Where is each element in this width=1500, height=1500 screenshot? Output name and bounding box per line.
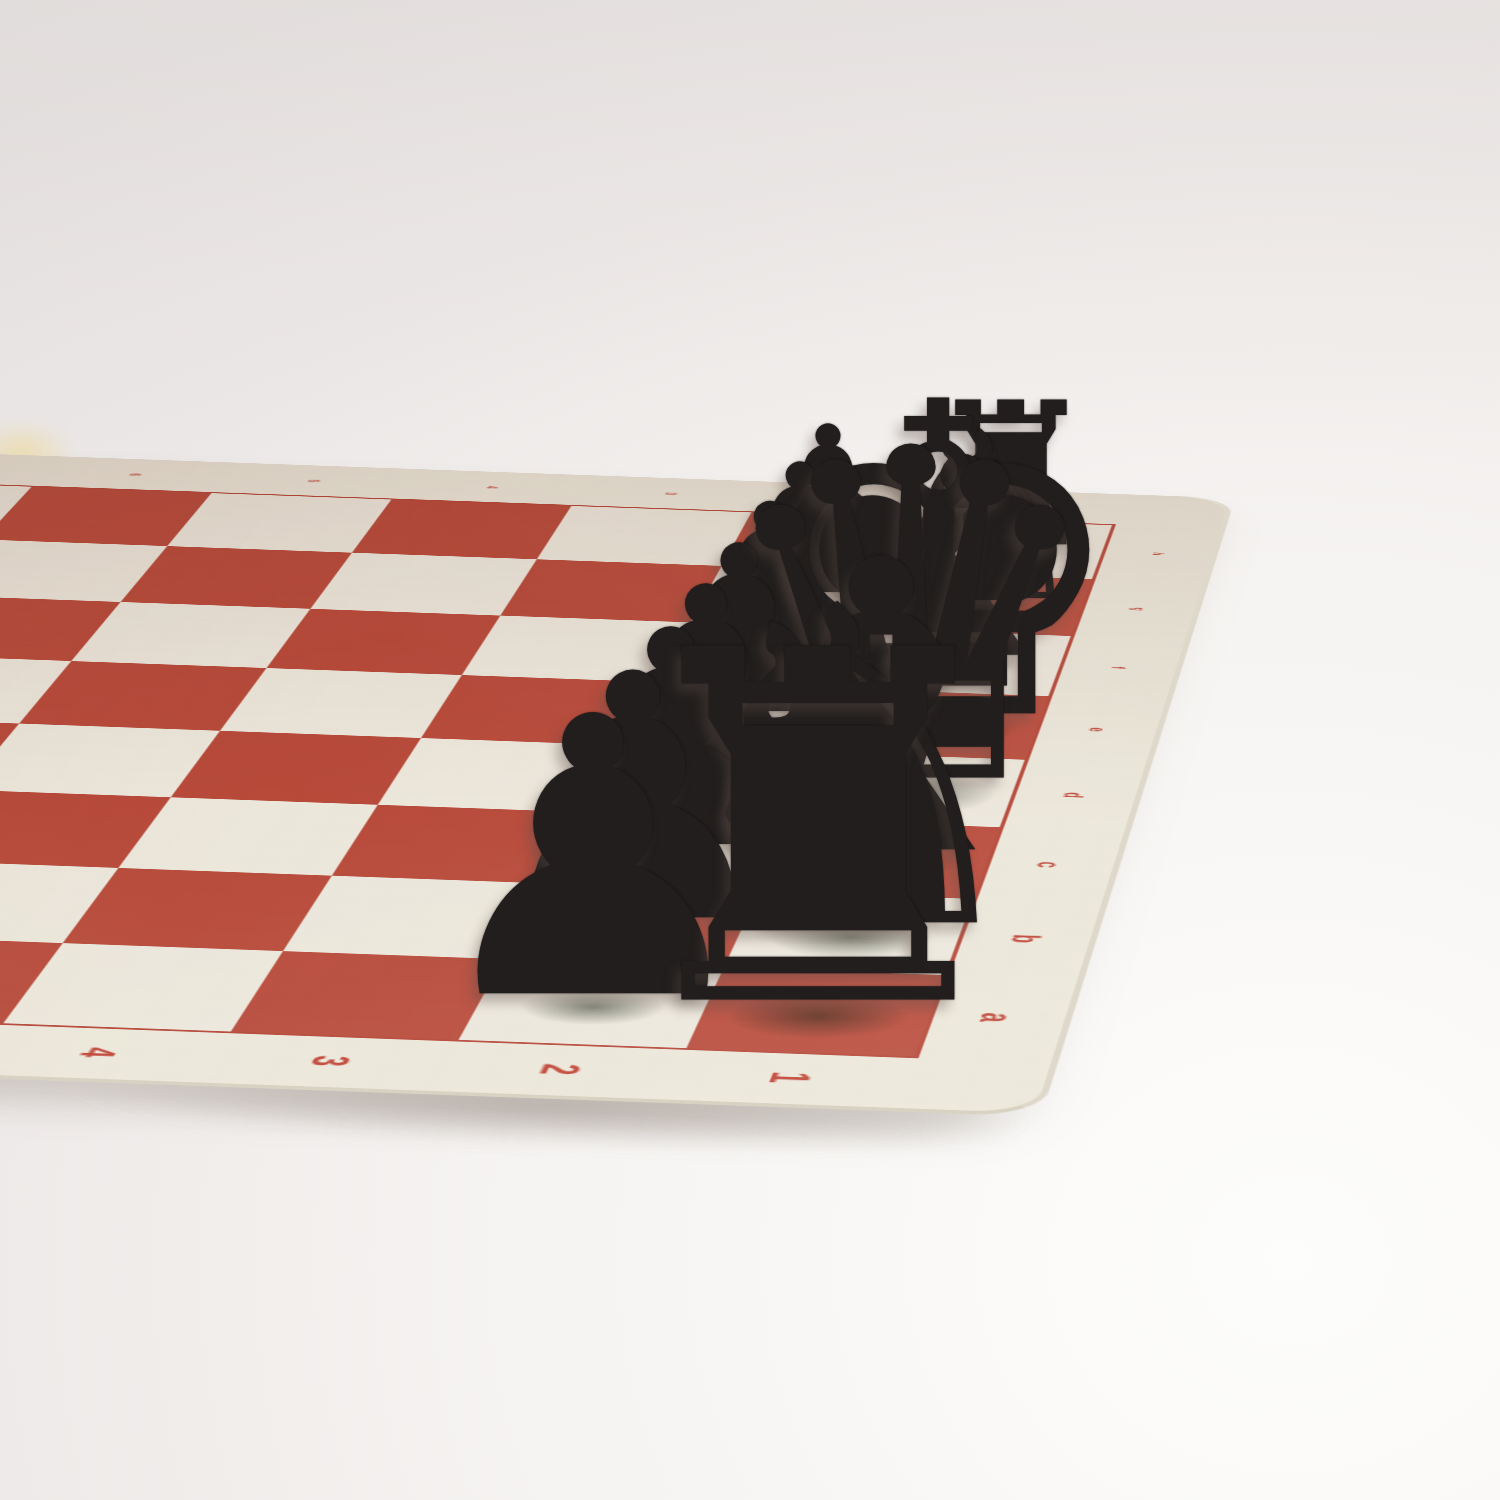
square-f2 <box>657 622 880 689</box>
rank-label-far-5: 5 <box>305 479 322 482</box>
square-c3 <box>332 805 585 884</box>
rank-label-2: 2 <box>530 1063 588 1076</box>
file-label-e: e <box>1084 727 1108 732</box>
rank-label-4: 4 <box>72 1047 127 1059</box>
square-b1 <box>724 891 973 975</box>
board-grid <box>0 474 1112 1057</box>
file-label-g: g <box>1129 607 1147 611</box>
square-g3 <box>500 559 721 622</box>
chess-mat: abcdefgh1122334455667788 <box>0 440 1235 1117</box>
rank-label-far-2: 2 <box>841 499 857 502</box>
square-d2 <box>585 745 823 819</box>
rank-label-3: 3 <box>301 1055 358 1067</box>
square-h4 <box>352 500 571 560</box>
rank-label-far-4: 4 <box>484 486 501 489</box>
file-label-h: h <box>1149 552 1165 555</box>
square-f3 <box>462 616 691 682</box>
coordinate-labels: abcdefgh1122334455667788 <box>0 440 1230 498</box>
square-g2 <box>690 566 906 629</box>
square-e1 <box>823 689 1048 760</box>
square-b2 <box>503 883 759 967</box>
rank-label-far-3: 3 <box>662 492 679 495</box>
square-f1 <box>853 629 1071 696</box>
square-h2 <box>722 512 932 572</box>
square-h1 <box>907 519 1112 579</box>
square-e3 <box>421 675 657 745</box>
file-label-a: a <box>973 1012 1021 1023</box>
photo-backdrop: abcdefgh1122334455667788 ♜♞♝♛♚♝♞♜♟♟♟♟♟♟♟… <box>0 0 1500 1500</box>
square-e2 <box>622 682 853 752</box>
square-b3 <box>283 876 545 959</box>
file-label-d: d <box>1060 792 1088 798</box>
square-a2 <box>459 959 724 1048</box>
square-a1 <box>686 967 944 1056</box>
file-label-b: b <box>1004 934 1045 944</box>
square-g1 <box>881 572 1092 635</box>
rank-label-far-1: 1 <box>1020 505 1036 508</box>
file-label-f: f <box>1108 666 1128 669</box>
square-d1 <box>792 752 1025 827</box>
square-c2 <box>545 812 792 891</box>
rank-label-1: 1 <box>760 1071 820 1084</box>
square-c1 <box>759 820 1000 899</box>
rank-label-far-6: 6 <box>126 473 143 476</box>
square-h3 <box>537 506 752 566</box>
square-g4 <box>310 553 536 616</box>
file-label-c: c <box>1033 861 1067 868</box>
square-f4 <box>266 609 500 675</box>
square-d3 <box>378 738 622 812</box>
